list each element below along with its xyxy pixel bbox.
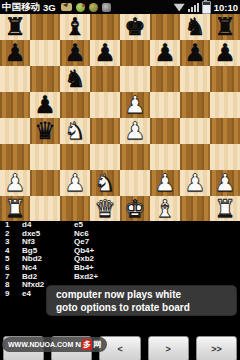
robot-gray-icon (102, 3, 111, 12)
square-g2[interactable]: ♟ (180, 170, 210, 196)
white-knight: ♞ (94, 170, 116, 196)
square-h7[interactable]: ♟ (210, 40, 240, 66)
black-bishop: ♝ (64, 14, 86, 40)
square-g3[interactable] (180, 144, 210, 170)
square-d5[interactable] (90, 92, 120, 118)
olive-sphere-icon (89, 3, 98, 12)
square-e7[interactable] (120, 40, 150, 66)
carrier-label: 中国移动 (2, 1, 40, 14)
battery-icon (202, 1, 211, 14)
black-pawn: ♟ (94, 40, 116, 66)
move-list[interactable]: 1d4e52dxe5Nc63Nf3Qe74Bg5Qb4+5Nbd2Qxb26Nc… (0, 221, 240, 336)
toast-line-2: goto options to rotate board (56, 301, 236, 314)
square-f1[interactable]: ♝ (150, 196, 180, 222)
white-rook: ♜ (214, 196, 236, 222)
square-e1[interactable]: ♚ (120, 196, 150, 222)
square-a3[interactable] (0, 144, 30, 170)
white-pawn: ♟ (154, 170, 176, 196)
square-c1[interactable] (60, 196, 90, 222)
square-c5[interactable] (60, 92, 90, 118)
sd-arrow-icon (61, 3, 72, 11)
square-h8[interactable]: ♜ (210, 14, 240, 40)
black-pawn: ♟ (34, 92, 56, 118)
square-f6[interactable] (150, 66, 180, 92)
square-a2[interactable]: ♟ (0, 170, 30, 196)
square-g7[interactable]: ♟ (180, 40, 210, 66)
white-pawn: ♟ (124, 118, 146, 144)
nduoa-logo: N 多 网 (75, 339, 101, 350)
square-f4[interactable] (150, 118, 180, 144)
square-a8[interactable]: ♜ (0, 14, 30, 40)
toast-message: computer now plays white goto options to… (47, 286, 236, 315)
square-b5[interactable]: ♟ (30, 92, 60, 118)
notification-icons (61, 3, 111, 12)
square-f2[interactable]: ♟ (150, 170, 180, 196)
white-pawn: ♟ (4, 170, 26, 196)
square-e6[interactable] (120, 66, 150, 92)
white-rook: ♜ (4, 196, 26, 222)
square-e4[interactable]: ♟ (120, 118, 150, 144)
step-forward-button[interactable]: > (148, 336, 189, 360)
white-queen: ♛ (94, 196, 116, 222)
square-a4[interactable] (0, 118, 30, 144)
square-h1[interactable]: ♜ (210, 196, 240, 222)
square-c7[interactable]: ♟ (60, 40, 90, 66)
black-pawn: ♟ (4, 40, 26, 66)
market-green-icon (76, 3, 85, 12)
logo-n: N (75, 340, 81, 349)
phone-screen: 中国移动 3G 10:10 ♜♝♚♞♜♟♟♟♟♟♟♞♟♟♛♞♟♟♟♞♟♟♟♜♛♚… (0, 0, 240, 360)
square-g4[interactable] (180, 118, 210, 144)
white-bishop: ♝ (154, 196, 176, 222)
black-pawn: ♟ (154, 40, 176, 66)
white-pawn: ♟ (64, 170, 86, 196)
square-h6[interactable] (210, 66, 240, 92)
black-move: Bxd2+ (74, 273, 98, 282)
status-bar: 中国移动 3G 10:10 (0, 0, 240, 14)
toast-line-1: computer now plays white (56, 288, 236, 301)
fast-forward-button[interactable]: >> (196, 336, 237, 360)
clock: 10:10 (214, 2, 238, 13)
black-pawn: ♟ (214, 40, 236, 66)
square-a6[interactable] (0, 66, 30, 92)
black-knight: ♞ (64, 66, 86, 92)
square-d7[interactable]: ♟ (90, 40, 120, 66)
square-b6[interactable] (30, 66, 60, 92)
square-g6[interactable] (180, 66, 210, 92)
square-d3[interactable] (90, 144, 120, 170)
black-king: ♚ (124, 14, 146, 40)
square-b4[interactable]: ♛ (30, 118, 60, 144)
wifi-icon (174, 3, 185, 12)
square-d4[interactable] (90, 118, 120, 144)
square-a7[interactable]: ♟ (0, 40, 30, 66)
white-move: e4 (22, 290, 31, 299)
square-d1[interactable]: ♛ (90, 196, 120, 222)
square-e5[interactable]: ♟ (120, 92, 150, 118)
logo-wang: 网 (93, 339, 101, 350)
square-d2[interactable]: ♞ (90, 170, 120, 196)
square-e2[interactable] (120, 170, 150, 196)
black-rook: ♜ (4, 14, 26, 40)
white-pawn: ♟ (184, 170, 206, 196)
square-e8[interactable]: ♚ (120, 14, 150, 40)
square-f7[interactable]: ♟ (150, 40, 180, 66)
nduoa-watermark: WWW.NDUOA.COM N 多 网 (2, 337, 107, 352)
white-pawn: ♟ (214, 170, 236, 196)
network-type-label: 3G (43, 2, 56, 13)
square-f8[interactable] (150, 14, 180, 40)
logo-duo: 多 (82, 339, 92, 350)
square-f3[interactable] (150, 144, 180, 170)
black-rook: ♜ (214, 14, 236, 40)
square-f5[interactable] (150, 92, 180, 118)
square-c3[interactable] (60, 144, 90, 170)
white-knight: ♞ (64, 118, 86, 144)
square-b2[interactable] (30, 170, 60, 196)
square-h5[interactable] (210, 92, 240, 118)
square-g5[interactable] (180, 92, 210, 118)
signal-bars-icon (188, 3, 199, 12)
black-pawn: ♟ (64, 40, 86, 66)
square-c2[interactable]: ♟ (60, 170, 90, 196)
black-knight: ♞ (184, 14, 206, 40)
square-d8[interactable] (90, 14, 120, 40)
square-h2[interactable]: ♟ (210, 170, 240, 196)
square-g1[interactable] (180, 196, 210, 222)
square-a5[interactable] (0, 92, 30, 118)
black-queen: ♛ (34, 118, 56, 144)
square-b3[interactable] (30, 144, 60, 170)
move-number: 9 (5, 290, 9, 299)
chess-board[interactable]: ♜♝♚♞♜♟♟♟♟♟♟♞♟♟♛♞♟♟♟♞♟♟♟♜♛♚♝♜ (0, 14, 240, 222)
square-a1[interactable]: ♜ (0, 196, 30, 222)
status-system-area: 10:10 (174, 1, 238, 14)
white-pawn: ♟ (124, 92, 146, 118)
square-h4[interactable] (210, 118, 240, 144)
square-c4[interactable]: ♞ (60, 118, 90, 144)
square-d6[interactable] (90, 66, 120, 92)
square-e3[interactable] (120, 144, 150, 170)
square-g8[interactable]: ♞ (180, 14, 210, 40)
move-row: 2dxe5Nc6 (0, 230, 240, 239)
white-king: ♚ (124, 196, 146, 222)
square-c6[interactable]: ♞ (60, 66, 90, 92)
black-pawn: ♟ (184, 40, 206, 66)
square-b1[interactable] (30, 196, 60, 222)
square-h3[interactable] (210, 144, 240, 170)
watermark-site: WWW.NDUOA.COM (8, 341, 73, 348)
square-b8[interactable] (30, 14, 60, 40)
square-b7[interactable] (30, 40, 60, 66)
square-c8[interactable]: ♝ (60, 14, 90, 40)
